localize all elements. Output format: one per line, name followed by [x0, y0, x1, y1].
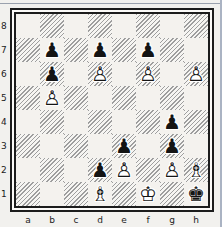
square-b4[interactable] — [40, 110, 64, 134]
square-b1[interactable] — [40, 182, 64, 206]
square-a1[interactable] — [16, 182, 40, 206]
square-f4[interactable] — [136, 110, 160, 134]
black-pawn[interactable]: ♟♟ — [40, 38, 64, 62]
white-pawn-glyph: ♙ — [184, 62, 208, 86]
square-b6[interactable]: ♟♟ — [40, 62, 64, 86]
square-e2[interactable]: ♟♙ — [112, 158, 136, 182]
right-edge-strip — [220, 0, 222, 227]
file-label-h: h — [184, 215, 208, 225]
square-c4[interactable] — [64, 110, 88, 134]
square-g7[interactable] — [160, 38, 184, 62]
black-pawn[interactable]: ♟♟ — [160, 134, 184, 158]
square-h8[interactable] — [184, 14, 208, 38]
square-f8[interactable] — [136, 14, 160, 38]
square-h3[interactable] — [184, 134, 208, 158]
black-pawn-glyph: ♟ — [88, 38, 112, 62]
white-pawn-glyph: ♙ — [160, 158, 184, 182]
square-d7[interactable]: ♟♟ — [88, 38, 112, 62]
square-b8[interactable] — [40, 14, 64, 38]
square-b3[interactable] — [40, 134, 64, 158]
rank-label-4: 4 — [1, 110, 9, 134]
square-h4[interactable] — [184, 110, 208, 134]
white-pawn-glyph: ♙ — [40, 86, 64, 110]
square-c8[interactable] — [64, 14, 88, 38]
square-d6[interactable]: ♟♙ — [88, 62, 112, 86]
square-h1[interactable]: ♚♚ — [184, 182, 208, 206]
white-king[interactable]: ♚♔ — [136, 182, 160, 206]
white-pawn[interactable]: ♟♙ — [112, 158, 136, 182]
square-d4[interactable] — [88, 110, 112, 134]
file-label-e: e — [112, 215, 136, 225]
square-b7[interactable]: ♟♟ — [40, 38, 64, 62]
white-king-glyph: ♔ — [136, 182, 160, 206]
rank-label-5: 5 — [1, 86, 9, 110]
black-pawn-glyph: ♟ — [40, 38, 64, 62]
square-b5[interactable]: ♟♙ — [40, 86, 64, 110]
black-pawn[interactable]: ♟♟ — [40, 62, 64, 86]
square-e4[interactable] — [112, 110, 136, 134]
file-label-b: b — [40, 215, 64, 225]
file-label-d: d — [88, 215, 112, 225]
square-d5[interactable] — [88, 86, 112, 110]
white-pawn[interactable]: ♟♙ — [88, 62, 112, 86]
black-pawn[interactable]: ♟♟ — [88, 38, 112, 62]
square-a5[interactable] — [16, 86, 40, 110]
square-g6[interactable] — [160, 62, 184, 86]
black-pawn-glyph: ♟ — [160, 110, 184, 134]
square-c7[interactable] — [64, 38, 88, 62]
square-c5[interactable] — [64, 86, 88, 110]
square-c3[interactable] — [64, 134, 88, 158]
square-e1[interactable] — [112, 182, 136, 206]
square-f6[interactable]: ♟♙ — [136, 62, 160, 86]
rank-label-2: 2 — [1, 158, 9, 182]
rank-label-1: 1 — [1, 182, 9, 206]
black-pawn[interactable]: ♟♟ — [160, 110, 184, 134]
square-a7[interactable] — [16, 38, 40, 62]
square-d8[interactable] — [88, 14, 112, 38]
white-bishop[interactable]: ♝♗ — [184, 158, 208, 182]
chess-board: ♟♟♟♟♟♟♟♟♟♙♟♙♟♙♟♙♟♟♟♟♟♟♟♟♟♙♟♙♝♗♝♗♚♔♚♚ — [16, 14, 208, 206]
black-king-glyph: ♚ — [184, 182, 208, 206]
square-a2[interactable] — [16, 158, 40, 182]
file-label-g: g — [160, 215, 184, 225]
square-h2[interactable]: ♝♗ — [184, 158, 208, 182]
square-d1[interactable]: ♝♗ — [88, 182, 112, 206]
white-pawn-glyph: ♙ — [136, 62, 160, 86]
square-e5[interactable] — [112, 86, 136, 110]
board-frame: ♟♟♟♟♟♟♟♟♟♙♟♙♟♙♟♙♟♟♟♟♟♟♟♟♟♙♟♙♝♗♝♗♚♔♚♚ — [10, 8, 214, 212]
rank-label-6: 6 — [1, 62, 9, 86]
white-bishop-glyph: ♗ — [184, 158, 208, 182]
square-a8[interactable] — [16, 14, 40, 38]
square-g8[interactable] — [160, 14, 184, 38]
square-c2[interactable] — [64, 158, 88, 182]
square-e6[interactable] — [112, 62, 136, 86]
file-label-a: a — [16, 215, 40, 225]
white-pawn-glyph: ♙ — [88, 62, 112, 86]
black-king[interactable]: ♚♚ — [184, 182, 208, 206]
file-label-c: c — [64, 215, 88, 225]
black-pawn-glyph: ♟ — [160, 134, 184, 158]
rank-label-3: 3 — [1, 134, 9, 158]
square-b2[interactable] — [40, 158, 64, 182]
board-inner-border: ♟♟♟♟♟♟♟♟♟♙♟♙♟♙♟♙♟♟♟♟♟♟♟♟♟♙♟♙♝♗♝♗♚♔♚♚ — [14, 12, 210, 208]
square-g3[interactable]: ♟♟ — [160, 134, 184, 158]
white-pawn[interactable]: ♟♙ — [40, 86, 64, 110]
black-pawn-glyph: ♟ — [136, 38, 160, 62]
black-pawn-glyph: ♟ — [40, 62, 64, 86]
square-e7[interactable] — [112, 38, 136, 62]
square-a3[interactable] — [16, 134, 40, 158]
square-a6[interactable] — [16, 62, 40, 86]
square-e8[interactable] — [112, 14, 136, 38]
white-pawn[interactable]: ♟♙ — [136, 62, 160, 86]
square-h5[interactable] — [184, 86, 208, 110]
square-g4[interactable]: ♟♟ — [160, 110, 184, 134]
rank-label-7: 7 — [1, 38, 9, 62]
square-h6[interactable]: ♟♙ — [184, 62, 208, 86]
square-g2[interactable]: ♟♙ — [160, 158, 184, 182]
square-g1[interactable] — [160, 182, 184, 206]
black-pawn[interactable]: ♟♟ — [136, 38, 160, 62]
white-bishop-glyph: ♗ — [88, 182, 112, 206]
square-d2[interactable]: ♟♟ — [88, 158, 112, 182]
black-pawn-glyph: ♟ — [112, 134, 136, 158]
square-f1[interactable]: ♚♔ — [136, 182, 160, 206]
white-pawn[interactable]: ♟♙ — [184, 62, 208, 86]
rank-label-8: 8 — [1, 14, 9, 38]
file-label-f: f — [136, 215, 160, 225]
black-pawn[interactable]: ♟♟ — [88, 158, 112, 182]
square-h7[interactable] — [184, 38, 208, 62]
black-pawn-glyph: ♟ — [88, 158, 112, 182]
square-c1[interactable] — [64, 182, 88, 206]
square-d3[interactable] — [88, 134, 112, 158]
square-f3[interactable] — [136, 134, 160, 158]
square-c6[interactable] — [64, 62, 88, 86]
square-a4[interactable] — [16, 110, 40, 134]
square-f7[interactable]: ♟♟ — [136, 38, 160, 62]
square-f2[interactable] — [136, 158, 160, 182]
square-f5[interactable] — [136, 86, 160, 110]
white-pawn[interactable]: ♟♙ — [160, 158, 184, 182]
white-bishop[interactable]: ♝♗ — [88, 182, 112, 206]
black-pawn[interactable]: ♟♟ — [112, 134, 136, 158]
square-e3[interactable]: ♟♟ — [112, 134, 136, 158]
square-g5[interactable] — [160, 86, 184, 110]
white-pawn-glyph: ♙ — [112, 158, 136, 182]
